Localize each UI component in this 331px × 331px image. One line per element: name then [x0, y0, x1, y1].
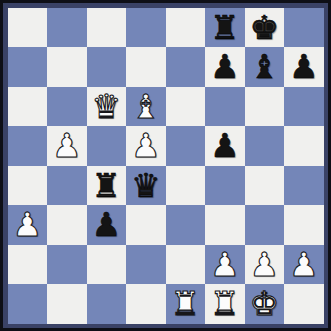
piece-black-queen-d4[interactable]: ♛ — [131, 166, 161, 206]
square-g7[interactable]: ♝ — [245, 47, 285, 87]
square-f6[interactable] — [205, 87, 245, 127]
square-b2[interactable] — [47, 245, 87, 285]
square-a5[interactable] — [8, 126, 48, 166]
square-c3[interactable]: ♟ — [87, 205, 127, 245]
square-d3[interactable] — [126, 205, 166, 245]
square-f1[interactable]: ♜ — [205, 284, 245, 324]
square-f8[interactable]: ♜ — [205, 8, 245, 48]
square-c5[interactable] — [87, 126, 127, 166]
square-h7[interactable]: ♟ — [284, 47, 324, 87]
square-d2[interactable] — [126, 245, 166, 285]
piece-white-pawn-g2[interactable]: ♟ — [249, 245, 279, 285]
piece-white-rook-f1[interactable]: ♜ — [210, 284, 240, 324]
square-b3[interactable] — [47, 205, 87, 245]
square-b8[interactable] — [47, 8, 87, 48]
square-e1[interactable]: ♜ — [166, 284, 206, 324]
piece-white-king-g1[interactable]: ♚ — [249, 284, 279, 324]
piece-white-queen-c6[interactable]: ♛ — [91, 87, 121, 127]
square-c4[interactable]: ♜ — [87, 166, 127, 206]
square-d6[interactable]: ♝ — [126, 87, 166, 127]
piece-black-pawn-f5[interactable]: ♟ — [210, 126, 240, 166]
square-g2[interactable]: ♟ — [245, 245, 285, 285]
square-g5[interactable] — [245, 126, 285, 166]
piece-black-rook-c4[interactable]: ♜ — [91, 166, 121, 206]
square-g3[interactable] — [245, 205, 285, 245]
square-f4[interactable] — [205, 166, 245, 206]
square-a3[interactable]: ♟ — [8, 205, 48, 245]
square-e5[interactable] — [166, 126, 206, 166]
square-f5[interactable]: ♟ — [205, 126, 245, 166]
piece-white-pawn-b5[interactable]: ♟ — [52, 126, 82, 166]
square-a4[interactable] — [8, 166, 48, 206]
square-h1[interactable] — [284, 284, 324, 324]
square-e2[interactable] — [166, 245, 206, 285]
piece-black-king-g8[interactable]: ♚ — [249, 8, 279, 48]
square-e4[interactable] — [166, 166, 206, 206]
chess-board: ♜♚♟♝♟♛♝♟♟♟♜♛♟♟♟♟♟♜♜♚ — [8, 8, 324, 324]
piece-black-pawn-f7[interactable]: ♟ — [210, 47, 240, 87]
square-d1[interactable] — [126, 284, 166, 324]
chess-board-outer-border: ♜♚♟♝♟♛♝♟♟♟♜♛♟♟♟♟♟♜♜♚ — [0, 0, 331, 331]
square-g6[interactable] — [245, 87, 285, 127]
square-h3[interactable] — [284, 205, 324, 245]
square-a1[interactable] — [8, 284, 48, 324]
square-a7[interactable] — [8, 47, 48, 87]
square-b4[interactable] — [47, 166, 87, 206]
square-e8[interactable] — [166, 8, 206, 48]
piece-white-rook-e1[interactable]: ♜ — [170, 284, 200, 324]
square-c6[interactable]: ♛ — [87, 87, 127, 127]
piece-white-pawn-h2[interactable]: ♟ — [289, 245, 319, 285]
piece-black-pawn-h7[interactable]: ♟ — [289, 47, 319, 87]
piece-white-pawn-f2[interactable]: ♟ — [210, 245, 240, 285]
square-c2[interactable] — [87, 245, 127, 285]
square-h6[interactable] — [284, 87, 324, 127]
square-c8[interactable] — [87, 8, 127, 48]
square-d7[interactable] — [126, 47, 166, 87]
square-h5[interactable] — [284, 126, 324, 166]
square-c7[interactable] — [87, 47, 127, 87]
piece-black-rook-f8[interactable]: ♜ — [210, 8, 240, 48]
square-h8[interactable] — [284, 8, 324, 48]
square-e7[interactable] — [166, 47, 206, 87]
square-b1[interactable] — [47, 284, 87, 324]
square-f7[interactable]: ♟ — [205, 47, 245, 87]
square-e6[interactable] — [166, 87, 206, 127]
square-f2[interactable]: ♟ — [205, 245, 245, 285]
square-h4[interactable] — [284, 166, 324, 206]
square-a8[interactable] — [8, 8, 48, 48]
square-g8[interactable]: ♚ — [245, 8, 285, 48]
square-e3[interactable] — [166, 205, 206, 245]
square-a2[interactable] — [8, 245, 48, 285]
square-g1[interactable]: ♚ — [245, 284, 285, 324]
square-f3[interactable] — [205, 205, 245, 245]
square-d5[interactable]: ♟ — [126, 126, 166, 166]
square-h2[interactable]: ♟ — [284, 245, 324, 285]
square-a6[interactable] — [8, 87, 48, 127]
piece-white-pawn-d5[interactable]: ♟ — [131, 126, 161, 166]
piece-black-pawn-c3[interactable]: ♟ — [91, 205, 121, 245]
square-b6[interactable] — [47, 87, 87, 127]
square-d4[interactable]: ♛ — [126, 166, 166, 206]
square-d8[interactable] — [126, 8, 166, 48]
piece-white-pawn-a3[interactable]: ♟ — [12, 205, 42, 245]
square-c1[interactable] — [87, 284, 127, 324]
square-g4[interactable] — [245, 166, 285, 206]
piece-black-bishop-g7[interactable]: ♝ — [249, 47, 279, 87]
piece-white-bishop-d6[interactable]: ♝ — [131, 87, 161, 127]
square-b7[interactable] — [47, 47, 87, 87]
square-b5[interactable]: ♟ — [47, 126, 87, 166]
chess-board-frame: ♜♚♟♝♟♛♝♟♟♟♜♛♟♟♟♟♟♜♜♚ — [3, 3, 328, 328]
